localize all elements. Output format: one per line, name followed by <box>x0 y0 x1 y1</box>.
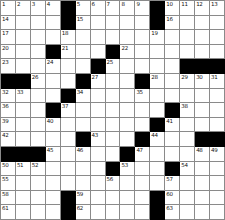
black-cell <box>150 205 165 220</box>
white-cell[interactable] <box>120 176 135 191</box>
white-cell[interactable] <box>16 191 31 206</box>
clue-number: 7 <box>107 1 110 7</box>
clue-number: 54 <box>181 162 187 168</box>
white-cell[interactable]: 41 <box>165 118 180 133</box>
white-cell[interactable] <box>165 132 180 147</box>
white-cell[interactable] <box>106 147 121 162</box>
clue-number: 48 <box>196 147 202 153</box>
white-cell[interactable] <box>120 74 135 89</box>
black-cell <box>135 132 150 147</box>
white-cell[interactable]: 56 <box>106 176 121 191</box>
white-cell[interactable]: 2 <box>16 1 31 16</box>
white-cell[interactable] <box>165 147 180 162</box>
white-cell[interactable] <box>165 74 180 89</box>
white-cell[interactable]: 33 <box>16 89 31 104</box>
black-cell <box>150 16 165 31</box>
clue-number: 27 <box>92 74 98 80</box>
white-cell[interactable]: 8 <box>120 1 135 16</box>
black-cell <box>165 103 180 118</box>
white-cell[interactable] <box>180 132 195 147</box>
white-cell[interactable] <box>180 30 195 45</box>
clue-number: 55 <box>2 176 8 182</box>
white-cell[interactable] <box>135 176 150 191</box>
black-cell <box>165 162 180 177</box>
clue-number: 19 <box>151 30 157 36</box>
white-cell[interactable] <box>150 147 165 162</box>
white-cell[interactable]: 21 <box>61 45 76 60</box>
white-cell[interactable]: 29 <box>180 74 195 89</box>
white-cell[interactable] <box>46 30 61 45</box>
white-cell[interactable] <box>46 16 61 31</box>
white-cell[interactable] <box>91 162 106 177</box>
clue-number: 36 <box>2 103 8 109</box>
white-cell[interactable] <box>195 162 210 177</box>
clue-number: 3 <box>32 1 35 7</box>
white-cell[interactable]: 22 <box>120 45 135 60</box>
clue-number: 29 <box>181 74 187 80</box>
white-cell[interactable]: 38 <box>180 103 195 118</box>
white-cell[interactable] <box>180 191 195 206</box>
clue-number: 53 <box>121 162 127 168</box>
white-cell[interactable]: 27 <box>91 74 106 89</box>
white-cell[interactable] <box>46 205 61 220</box>
white-cell[interactable] <box>91 89 106 104</box>
white-cell[interactable] <box>46 162 61 177</box>
white-cell[interactable] <box>180 147 195 162</box>
white-cell[interactable]: 39 <box>1 118 16 133</box>
white-cell[interactable]: 51 <box>16 162 31 177</box>
white-cell[interactable] <box>165 45 180 60</box>
white-cell[interactable]: 11 <box>180 1 195 16</box>
white-cell[interactable] <box>135 16 150 31</box>
white-cell[interactable]: 5 <box>76 1 91 16</box>
clue-number: 33 <box>17 89 23 95</box>
white-cell[interactable]: 37 <box>61 103 76 118</box>
white-cell[interactable] <box>31 59 46 74</box>
white-cell[interactable] <box>150 176 165 191</box>
clue-number: 39 <box>2 118 8 124</box>
white-cell[interactable] <box>120 59 135 74</box>
white-cell[interactable] <box>61 132 76 147</box>
white-cell[interactable]: 20 <box>1 45 16 60</box>
white-cell[interactable]: 7 <box>106 1 121 16</box>
clue-number: 43 <box>92 132 98 138</box>
black-cell <box>195 59 210 74</box>
clue-number: 59 <box>77 191 83 197</box>
clue-number: 51 <box>17 162 23 168</box>
white-cell[interactable]: 45 <box>46 147 61 162</box>
white-cell[interactable] <box>16 118 31 133</box>
black-cell <box>106 45 121 60</box>
white-cell[interactable]: 34 <box>76 89 91 104</box>
clue-number: 5 <box>77 1 80 7</box>
white-cell[interactable] <box>120 30 135 45</box>
white-cell[interactable] <box>31 30 46 45</box>
white-cell[interactable]: 58 <box>1 191 16 206</box>
white-cell[interactable] <box>195 118 210 133</box>
white-cell[interactable]: 14 <box>1 16 16 31</box>
white-cell[interactable] <box>106 103 121 118</box>
clue-number: 2 <box>17 1 20 7</box>
white-cell[interactable] <box>61 118 76 133</box>
black-cell <box>61 16 76 31</box>
clue-number: 31 <box>211 74 217 80</box>
white-cell[interactable]: 50 <box>1 162 16 177</box>
white-cell[interactable] <box>210 16 225 31</box>
white-cell[interactable] <box>135 118 150 133</box>
white-cell[interactable] <box>195 191 210 206</box>
clue-number: 38 <box>181 103 187 109</box>
white-cell[interactable] <box>61 162 76 177</box>
clue-number: 21 <box>62 45 68 51</box>
white-cell[interactable]: 42 <box>1 132 16 147</box>
white-cell[interactable]: 49 <box>210 147 225 162</box>
white-cell[interactable]: 10 <box>165 1 180 16</box>
white-cell[interactable] <box>120 89 135 104</box>
clue-number: 16 <box>166 16 172 22</box>
white-cell[interactable] <box>150 45 165 60</box>
clue-number: 28 <box>151 74 157 80</box>
white-cell[interactable]: 60 <box>165 191 180 206</box>
black-cell <box>135 74 150 89</box>
white-cell[interactable] <box>31 176 46 191</box>
white-cell[interactable] <box>210 191 225 206</box>
clue-number: 15 <box>77 16 83 22</box>
white-cell[interactable] <box>106 89 121 104</box>
white-cell[interactable]: 46 <box>76 147 91 162</box>
white-cell[interactable]: 13 <box>210 1 225 16</box>
black-cell <box>61 89 76 104</box>
white-cell[interactable] <box>91 205 106 220</box>
white-cell[interactable]: 15 <box>76 16 91 31</box>
white-cell[interactable] <box>210 30 225 45</box>
clue-number: 1 <box>2 1 5 7</box>
black-cell <box>150 1 165 16</box>
clue-number: 60 <box>166 191 172 197</box>
white-cell[interactable]: 63 <box>165 205 180 220</box>
clue-number: 11 <box>181 1 187 7</box>
white-cell[interactable]: 24 <box>46 59 61 74</box>
white-cell[interactable]: 52 <box>31 162 46 177</box>
black-cell <box>180 59 195 74</box>
clue-number: 20 <box>2 45 8 51</box>
white-cell[interactable]: 28 <box>150 74 165 89</box>
clue-number: 13 <box>211 1 217 7</box>
white-cell[interactable] <box>76 162 91 177</box>
clue-number: 6 <box>92 1 95 7</box>
crossword-grid: 1234567891011121314151617181920212223242… <box>0 0 225 220</box>
white-cell[interactable] <box>31 89 46 104</box>
white-cell[interactable]: 31 <box>210 74 225 89</box>
black-cell <box>1 74 16 89</box>
clue-number: 32 <box>2 89 8 95</box>
white-cell[interactable] <box>165 59 180 74</box>
white-cell[interactable] <box>120 16 135 31</box>
clue-number: 62 <box>77 205 83 211</box>
black-cell <box>210 132 225 147</box>
white-cell[interactable] <box>180 45 195 60</box>
white-cell[interactable] <box>150 89 165 104</box>
white-cell[interactable] <box>31 205 46 220</box>
white-cell[interactable] <box>180 89 195 104</box>
white-cell[interactable] <box>46 132 61 147</box>
white-cell[interactable] <box>180 176 195 191</box>
white-cell[interactable] <box>46 74 61 89</box>
clue-number: 8 <box>121 1 124 7</box>
white-cell[interactable] <box>106 74 121 89</box>
white-cell[interactable] <box>120 205 135 220</box>
white-cell[interactable]: 61 <box>1 205 16 220</box>
black-cell <box>210 59 225 74</box>
clue-number: 40 <box>47 118 53 124</box>
white-cell[interactable] <box>135 205 150 220</box>
white-cell[interactable] <box>135 45 150 60</box>
clue-number: 58 <box>2 191 8 197</box>
white-cell[interactable] <box>91 191 106 206</box>
black-cell <box>76 132 91 147</box>
clue-number: 63 <box>166 205 172 211</box>
black-cell <box>106 162 121 177</box>
clue-number: 30 <box>196 74 202 80</box>
white-cell[interactable]: 55 <box>1 176 16 191</box>
white-cell[interactable] <box>76 45 91 60</box>
white-cell[interactable] <box>76 59 91 74</box>
white-cell[interactable] <box>16 205 31 220</box>
clue-number: 12 <box>196 1 202 7</box>
white-cell[interactable]: 17 <box>1 30 16 45</box>
white-cell[interactable] <box>106 205 121 220</box>
white-cell[interactable]: 54 <box>180 162 195 177</box>
white-cell[interactable] <box>61 147 76 162</box>
white-cell[interactable] <box>91 30 106 45</box>
clue-number: 52 <box>32 162 38 168</box>
black-cell <box>76 74 91 89</box>
white-cell[interactable] <box>106 132 121 147</box>
black-cell <box>61 205 76 220</box>
white-cell[interactable] <box>106 30 121 45</box>
black-cell <box>16 74 31 89</box>
white-cell[interactable]: 62 <box>76 205 91 220</box>
clue-number: 61 <box>2 205 8 211</box>
white-cell[interactable] <box>180 16 195 31</box>
white-cell[interactable] <box>76 118 91 133</box>
white-cell[interactable] <box>106 16 121 31</box>
white-cell[interactable]: 1 <box>1 1 16 16</box>
clue-number: 45 <box>47 147 53 153</box>
black-cell <box>120 147 135 162</box>
white-cell[interactable] <box>31 16 46 31</box>
white-cell[interactable]: 9 <box>135 1 150 16</box>
clue-number: 44 <box>151 132 157 138</box>
white-cell[interactable]: 40 <box>46 118 61 133</box>
black-cell <box>91 59 106 74</box>
clue-number: 24 <box>47 59 53 65</box>
white-cell[interactable] <box>210 89 225 104</box>
white-cell[interactable] <box>31 191 46 206</box>
clue-number: 34 <box>77 89 83 95</box>
white-cell[interactable] <box>195 30 210 45</box>
clue-number: 56 <box>107 176 113 182</box>
white-cell[interactable] <box>106 118 121 133</box>
clue-number: 14 <box>2 16 8 22</box>
white-cell[interactable] <box>76 103 91 118</box>
white-cell[interactable] <box>91 147 106 162</box>
black-cell <box>31 147 46 162</box>
white-cell[interactable]: 30 <box>195 74 210 89</box>
black-cell <box>150 118 165 133</box>
white-cell[interactable] <box>76 176 91 191</box>
clue-number: 35 <box>136 89 142 95</box>
clue-number: 22 <box>121 45 127 51</box>
black-cell <box>61 191 76 206</box>
white-cell[interactable] <box>16 132 31 147</box>
black-cell <box>195 132 210 147</box>
black-cell <box>46 45 61 60</box>
white-cell[interactable]: 32 <box>1 89 16 104</box>
white-cell[interactable] <box>16 59 31 74</box>
white-cell[interactable] <box>46 89 61 104</box>
clue-number: 4 <box>47 1 50 7</box>
black-cell <box>46 103 61 118</box>
white-cell[interactable] <box>180 118 195 133</box>
clue-number: 47 <box>136 147 142 153</box>
white-cell[interactable] <box>16 16 31 31</box>
white-cell[interactable] <box>135 162 150 177</box>
white-cell[interactable] <box>76 30 91 45</box>
clue-number: 9 <box>136 1 139 7</box>
white-cell[interactable] <box>195 103 210 118</box>
clue-number: 18 <box>62 30 68 36</box>
white-cell[interactable]: 26 <box>31 74 46 89</box>
white-cell[interactable] <box>135 191 150 206</box>
white-cell[interactable]: 4 <box>46 1 61 16</box>
clue-number: 57 <box>166 176 172 182</box>
white-cell[interactable] <box>61 59 76 74</box>
white-cell[interactable]: 57 <box>165 176 180 191</box>
white-cell[interactable] <box>120 118 135 133</box>
white-cell[interactable] <box>195 45 210 60</box>
clue-number: 26 <box>32 74 38 80</box>
white-cell[interactable] <box>150 103 165 118</box>
white-cell[interactable]: 36 <box>1 103 16 118</box>
white-cell[interactable] <box>135 103 150 118</box>
clue-number: 25 <box>107 59 113 65</box>
white-cell[interactable]: 25 <box>106 59 121 74</box>
white-cell[interactable]: 53 <box>120 162 135 177</box>
white-cell[interactable] <box>31 132 46 147</box>
clue-number: 41 <box>166 118 172 124</box>
clue-number: 10 <box>166 1 172 7</box>
white-cell[interactable] <box>135 30 150 45</box>
white-cell[interactable] <box>120 191 135 206</box>
white-cell[interactable] <box>31 45 46 60</box>
white-cell[interactable] <box>46 191 61 206</box>
white-cell[interactable] <box>91 103 106 118</box>
white-cell[interactable]: 6 <box>91 1 106 16</box>
white-cell[interactable]: 47 <box>135 147 150 162</box>
white-cell[interactable] <box>46 176 61 191</box>
white-cell[interactable]: 12 <box>195 1 210 16</box>
white-cell[interactable] <box>195 89 210 104</box>
clue-number: 46 <box>77 147 83 153</box>
white-cell[interactable] <box>195 205 210 220</box>
clue-number: 37 <box>62 103 68 109</box>
white-cell[interactable]: 48 <box>195 147 210 162</box>
white-cell[interactable] <box>150 59 165 74</box>
white-cell[interactable] <box>61 176 76 191</box>
white-cell[interactable] <box>195 176 210 191</box>
white-cell[interactable] <box>31 103 46 118</box>
white-cell[interactable] <box>91 45 106 60</box>
white-cell[interactable] <box>165 89 180 104</box>
white-cell[interactable] <box>16 103 31 118</box>
black-cell <box>150 191 165 206</box>
white-cell[interactable] <box>210 162 225 177</box>
white-cell[interactable] <box>195 16 210 31</box>
white-cell[interactable] <box>16 30 31 45</box>
white-cell[interactable] <box>135 59 150 74</box>
white-cell[interactable] <box>165 30 180 45</box>
black-cell <box>61 1 76 16</box>
white-cell[interactable] <box>210 45 225 60</box>
white-cell[interactable] <box>106 191 121 206</box>
black-cell <box>16 147 31 162</box>
white-cell[interactable] <box>210 205 225 220</box>
white-cell[interactable] <box>120 103 135 118</box>
white-cell[interactable]: 59 <box>76 191 91 206</box>
white-cell[interactable] <box>150 162 165 177</box>
white-cell[interactable] <box>120 132 135 147</box>
clue-number: 17 <box>2 30 8 36</box>
white-cell[interactable] <box>210 176 225 191</box>
white-cell[interactable] <box>16 45 31 60</box>
white-cell[interactable]: 43 <box>91 132 106 147</box>
clue-number: 49 <box>211 147 217 153</box>
white-cell[interactable] <box>210 118 225 133</box>
white-cell[interactable] <box>91 16 106 31</box>
white-cell[interactable] <box>91 176 106 191</box>
white-cell[interactable] <box>31 118 46 133</box>
clue-number: 50 <box>2 162 8 168</box>
white-cell[interactable] <box>16 176 31 191</box>
white-cell[interactable] <box>180 205 195 220</box>
white-cell[interactable] <box>61 74 76 89</box>
white-cell[interactable]: 16 <box>165 16 180 31</box>
white-cell[interactable]: 3 <box>31 1 46 16</box>
white-cell[interactable] <box>91 118 106 133</box>
white-cell[interactable]: 23 <box>1 59 16 74</box>
white-cell[interactable]: 19 <box>150 30 165 45</box>
white-cell[interactable]: 35 <box>135 89 150 104</box>
black-cell <box>1 147 16 162</box>
white-cell[interactable]: 18 <box>61 30 76 45</box>
clue-number: 42 <box>2 132 8 138</box>
white-cell[interactable] <box>210 103 225 118</box>
clue-number: 23 <box>2 59 8 65</box>
white-cell[interactable]: 44 <box>150 132 165 147</box>
